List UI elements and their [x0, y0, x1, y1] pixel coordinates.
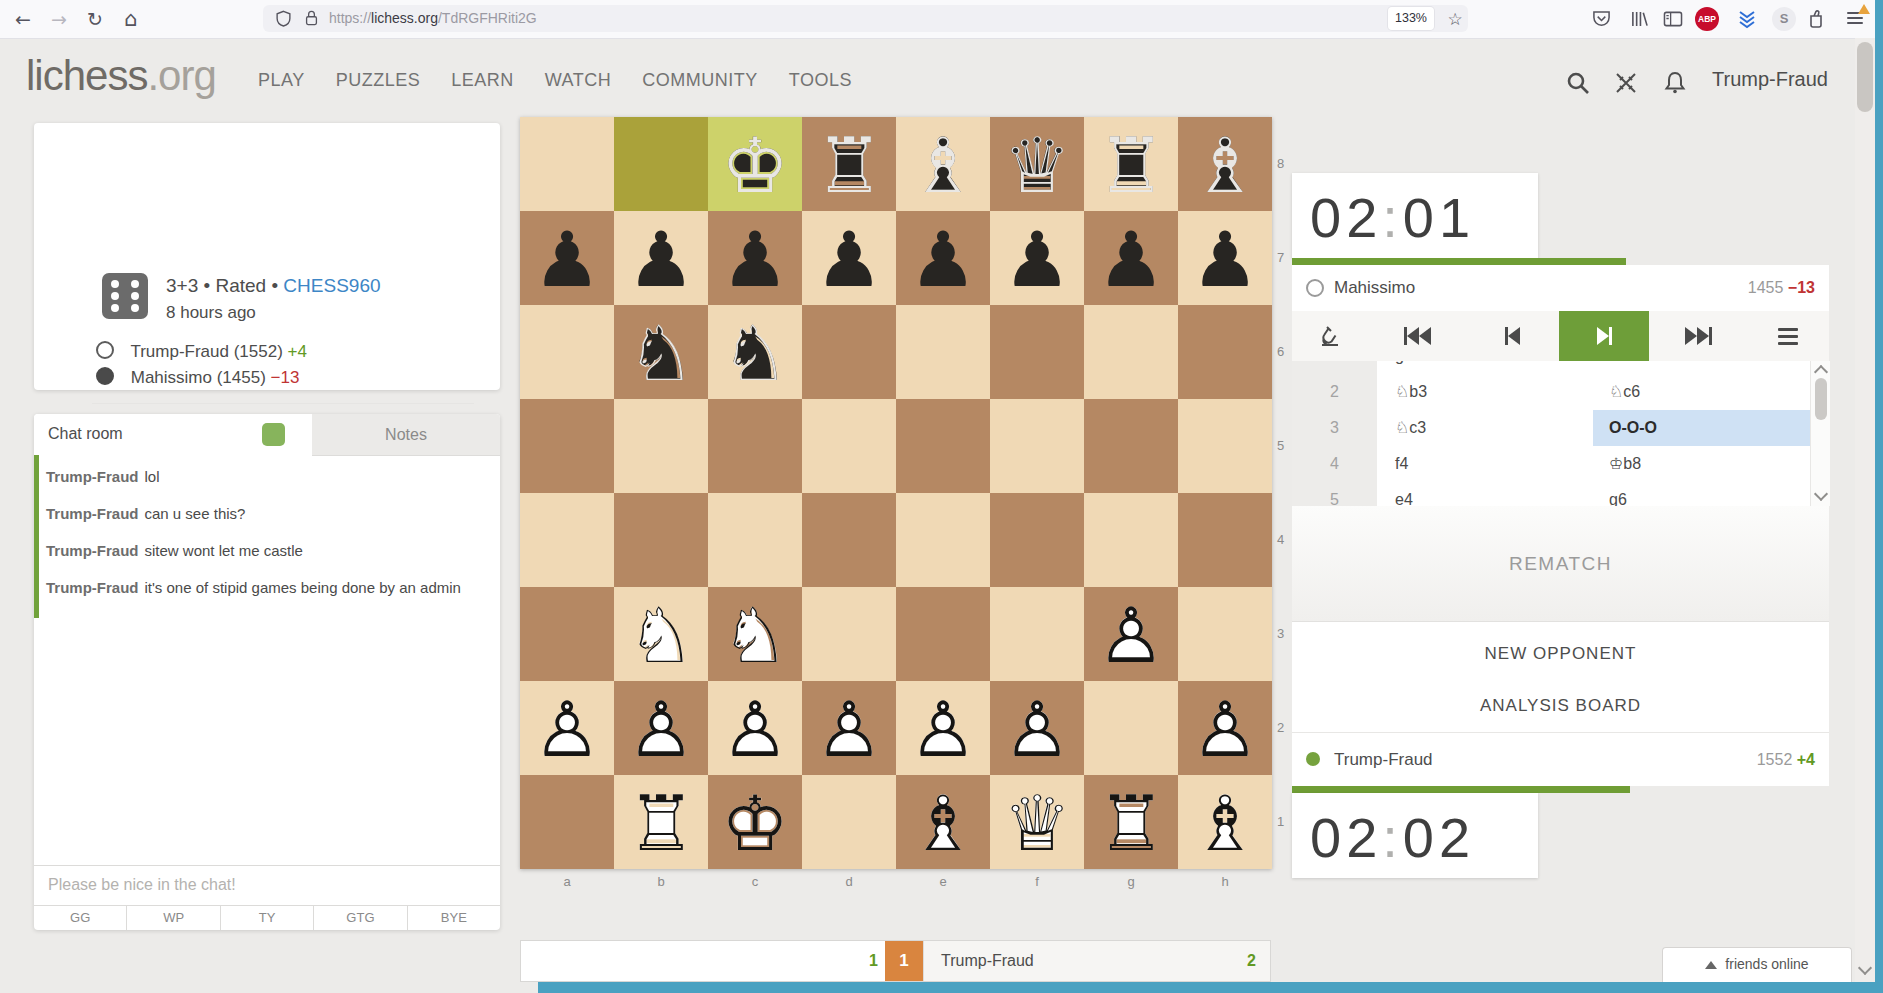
file-label-c: c [708, 874, 802, 889]
chat-username[interactable]: Trump-Fraud [46, 542, 139, 559]
move-black[interactable]: ♔b8 [1593, 446, 1810, 482]
chat-tabs: Chat room Notes [34, 414, 500, 455]
chat-message: Trump-Fraudlol [46, 467, 476, 487]
square-h8[interactable]: ♝ [1178, 117, 1272, 211]
black-pawn: ♟ [520, 211, 614, 305]
black-player-rating: 1455 −13 [1748, 265, 1815, 311]
nav-watch[interactable]: WATCH [545, 70, 611, 90]
square-f3[interactable] [990, 587, 1084, 681]
chat-message-text: lol [145, 468, 160, 485]
black-knight: ♞ [708, 305, 802, 399]
square-g7[interactable]: ♟ [1084, 211, 1178, 305]
square-b7[interactable]: ♟ [614, 211, 708, 305]
chat-preset-ty[interactable]: TY [221, 906, 314, 930]
move-white[interactable]: ♘c3 [1377, 410, 1593, 446]
square-h6[interactable] [1178, 305, 1272, 399]
black-side-icon [1306, 279, 1324, 297]
game-1-link[interactable]: 1 [869, 941, 878, 981]
search-icon[interactable] [1565, 70, 1591, 96]
black-pawn: ♟ [1084, 211, 1178, 305]
square-f5[interactable] [990, 399, 1084, 493]
clock-colon: : [1382, 806, 1403, 869]
move-white[interactable]: g3 [1377, 361, 1593, 374]
tab-notes[interactable]: Notes [312, 414, 500, 456]
square-c7[interactable]: ♟ [708, 211, 802, 305]
chat-message-text: it's one of stipid games being done by a… [145, 579, 461, 596]
square-b8[interactable] [614, 117, 708, 211]
move-black[interactable]: ♘c6 [1593, 374, 1810, 410]
white-pawn: ♟ [708, 681, 802, 775]
square-d7[interactable]: ♟ [802, 211, 896, 305]
analysis-board-button[interactable]: ANALYSIS BOARD [1292, 696, 1829, 716]
square-c4[interactable] [708, 493, 802, 587]
menu-hamburger-icon[interactable] [1838, 0, 1872, 38]
white-pawn: ♟ [614, 681, 708, 775]
move-row: 1g3♘b6 [1292, 361, 1810, 374]
square-a8[interactable] [520, 117, 614, 211]
move-number: 2 [1292, 374, 1377, 410]
square-g8[interactable]: ♜ [1084, 117, 1178, 211]
black-bishop: ♝ [896, 117, 990, 211]
square-h4[interactable] [1178, 493, 1272, 587]
moves-menu-icon[interactable] [1747, 311, 1829, 361]
square-b6[interactable]: ♞ [614, 305, 708, 399]
black-pawn: ♟ [708, 211, 802, 305]
square-g3[interactable]: ♟ [1084, 587, 1178, 681]
square-d4[interactable] [802, 493, 896, 587]
score-player-name: Trump-Fraud [941, 941, 1034, 981]
white-rating-diff: +4 [288, 342, 307, 361]
notifications-bell-icon[interactable] [1662, 70, 1688, 96]
move-row: 3♘c3O-O-O [1292, 410, 1810, 446]
file-labels: abcdefgh [520, 874, 1272, 892]
current-game-badge[interactable]: 1 [885, 941, 923, 981]
file-label-h: h [1178, 874, 1272, 889]
move-white[interactable]: e4 [1377, 482, 1593, 506]
white-rook: ♜ [1084, 775, 1178, 869]
square-e4[interactable] [896, 493, 990, 587]
expand-up-icon [1705, 961, 1717, 969]
square-h5[interactable] [1178, 399, 1272, 493]
lock-icon[interactable] [303, 9, 320, 27]
chat-card: Chat room Notes Trump-FraudlolTrump-Frau… [34, 414, 500, 930]
rank-labels: 87654321 [1277, 117, 1293, 869]
black-rating-diff: −13 [271, 368, 300, 387]
shield-icon[interactable] [275, 10, 292, 27]
white-bishop: ♝ [896, 775, 990, 869]
black-queen: ♛ [990, 117, 1084, 211]
square-f2[interactable]: ♟ [990, 681, 1084, 775]
black-player-line[interactable]: Mahissimo (1455) −13 [96, 367, 299, 388]
square-d5[interactable] [802, 399, 896, 493]
file-label-a: a [520, 874, 614, 889]
square-g2[interactable] [1084, 681, 1178, 775]
chat-presence-strip [34, 455, 39, 618]
chat-preset-gtg[interactable]: GTG [314, 906, 407, 930]
chat-username[interactable]: Trump-Fraud [46, 579, 139, 596]
black-color-icon [96, 367, 114, 385]
square-g4[interactable] [1084, 493, 1178, 587]
chat-username[interactable]: Trump-Fraud [46, 468, 139, 485]
square-g1[interactable]: ♜ [1084, 775, 1178, 869]
white-clock-bar [1292, 786, 1630, 793]
next-move-button[interactable] [1559, 311, 1649, 361]
game-setup-line: 3+3 • Rated • CHESS960 [166, 275, 381, 297]
chat-message: Trump-Fraudit's one of stipid games bein… [46, 578, 476, 598]
move-black-current[interactable]: O-O-O [1593, 410, 1810, 446]
first-move-button[interactable] [1368, 311, 1466, 361]
move-number: 4 [1292, 446, 1377, 482]
clock-minutes: 02 [1310, 186, 1382, 249]
square-h1[interactable]: ♝ [1178, 775, 1272, 869]
white-player-row: Trump-Fraud 1552 +4 [1292, 733, 1829, 786]
rematch-button[interactable]: REMATCH [1292, 506, 1829, 622]
chess960-dice-icon [102, 273, 148, 319]
match-score-bar: 1 1 Trump-Fraud 2 [520, 940, 1271, 982]
white-player-name[interactable]: Trump-Fraud [1334, 733, 1433, 786]
black-king: ♚ [708, 117, 802, 211]
chat-toggle[interactable] [262, 423, 285, 446]
window-frame-right [1875, 0, 1883, 993]
move-number: 1 [1292, 361, 1377, 374]
square-d6[interactable] [802, 305, 896, 399]
chevrons-extension-icon[interactable] [1736, 9, 1758, 29]
black-player-row: Mahissimo 1455 −13 [1292, 265, 1829, 311]
chat-message-text: can u see this? [145, 505, 246, 522]
white-knight: ♞ [708, 587, 802, 681]
rank-label-1: 1 [1277, 775, 1293, 869]
square-c5[interactable] [708, 399, 802, 493]
game-info-card: 3+3 • Rated • CHESS960 8 hours ago Trump… [34, 123, 500, 390]
white-rook: ♜ [614, 775, 708, 869]
last-move-button[interactable] [1649, 311, 1747, 361]
new-opponent-button[interactable]: NEW OPPONENT [1292, 644, 1829, 664]
square-a5[interactable] [520, 399, 614, 493]
white-clock: 02:02 [1292, 793, 1538, 878]
black-pawn: ♟ [614, 211, 708, 305]
square-b2[interactable]: ♟ [614, 681, 708, 775]
square-b5[interactable] [614, 399, 708, 493]
square-e3[interactable] [896, 587, 990, 681]
move-scrollbar-thumb[interactable] [1815, 378, 1827, 420]
square-h3[interactable] [1178, 587, 1272, 681]
square-a3[interactable] [520, 587, 614, 681]
square-a7[interactable]: ♟ [520, 211, 614, 305]
chat-preset-gg[interactable]: GG [34, 906, 127, 930]
square-g5[interactable] [1084, 399, 1178, 493]
clock-seconds: 01 [1403, 186, 1475, 249]
game-date[interactable]: 8 hours ago [166, 303, 256, 323]
square-a6[interactable] [520, 305, 614, 399]
square-c8[interactable]: ♚ [708, 117, 802, 211]
divider [92, 403, 474, 404]
tab-chat-room[interactable]: Chat room [34, 414, 312, 455]
chat-username[interactable]: Trump-Fraud [46, 505, 139, 522]
move-row: 5e4g6 [1292, 482, 1810, 506]
nav-community[interactable]: COMMUNITY [642, 70, 758, 90]
home-icon[interactable]: ⌂ [114, 0, 148, 38]
clock-colon: : [1382, 186, 1403, 249]
rank-label-8: 8 [1277, 117, 1293, 211]
white-player-rating: 1552 +4 [1757, 733, 1815, 786]
square-e8[interactable]: ♝ [896, 117, 990, 211]
variant-link[interactable]: CHESS960 [283, 275, 380, 296]
library-icon[interactable] [1630, 10, 1649, 28]
url-text[interactable]: https://lichess.org/TdRGFHRiti2G [329, 5, 537, 32]
square-a2[interactable]: ♟ [520, 681, 614, 775]
site-logo[interactable]: lichess.org [26, 52, 216, 100]
page-scrollbar[interactable] [1855, 38, 1875, 982]
square-e7[interactable]: ♟ [896, 211, 990, 305]
chat-preset-bye[interactable]: BYE [408, 906, 500, 930]
move-row: 4f4♔b8 [1292, 446, 1810, 482]
chat-preset-buttons: GGWPTYGTGBYE [34, 905, 500, 930]
browser-toolbar: ← → ↻ ⌂ https://lichess.org/TdRGFHRiti2G… [0, 0, 1883, 39]
square-f7[interactable]: ♟ [990, 211, 1084, 305]
menu-warning-badge [1858, 4, 1870, 14]
bookmark-star-icon[interactable]: ☆ [1438, 0, 1472, 38]
page-scrollbar-thumb[interactable] [1857, 42, 1873, 112]
move-scroll-up-icon[interactable] [1814, 365, 1828, 379]
square-f4[interactable] [990, 493, 1084, 587]
analysis-microscope-icon[interactable] [1292, 311, 1368, 361]
file-label-f: f [990, 874, 1084, 889]
nav-play[interactable]: PLAY [258, 70, 305, 90]
clock-minutes: 02 [1310, 806, 1382, 869]
adblock-extension-icon[interactable]: ABP [1695, 7, 1719, 31]
share-extension-icon[interactable] [1806, 9, 1826, 29]
chat-input[interactable] [46, 866, 490, 904]
chess-board: ♚♜♝♛♜♝♟♟♟♟♟♟♟♟♞♞♞♞♟♟♟♟♟♟♟♟♜♚♝♛♜♝ [520, 117, 1272, 869]
black-clock: 02:01 [1292, 173, 1538, 258]
black-pawn: ♟ [896, 211, 990, 305]
black-clock-bar [1292, 258, 1626, 265]
back-icon[interactable]: ← [6, 0, 40, 38]
move-number: 3 [1292, 410, 1377, 446]
black-rook: ♜ [1084, 117, 1178, 211]
square-e6[interactable] [896, 305, 990, 399]
move-row: 2♘b3♘c6 [1292, 374, 1810, 410]
move-black[interactable]: g6 [1593, 482, 1810, 506]
white-player-line[interactable]: Trump-Fraud (1552) +4 [96, 341, 307, 362]
chat-message-text: sitew wont let me castle [145, 542, 303, 559]
rank-label-7: 7 [1277, 211, 1293, 305]
black-pawn: ♟ [990, 211, 1084, 305]
file-label-b: b [614, 874, 708, 889]
black-rook: ♜ [802, 117, 896, 211]
challenges-swords-icon[interactable] [1613, 70, 1639, 96]
score-right[interactable]: 2 [1247, 941, 1256, 981]
rank-label-4: 4 [1277, 493, 1293, 587]
square-c2[interactable]: ♟ [708, 681, 802, 775]
white-online-icon [1306, 752, 1320, 766]
refresh-icon[interactable]: ↻ [78, 0, 112, 38]
replay-controls [1292, 311, 1829, 361]
black-pawn: ♟ [1178, 211, 1272, 305]
white-king: ♚ [708, 775, 802, 869]
chat-preset-wp[interactable]: WP [127, 906, 220, 930]
move-scroll-down-icon[interactable] [1814, 487, 1828, 501]
file-label-g: g [1084, 874, 1178, 889]
square-f8[interactable]: ♛ [990, 117, 1084, 211]
square-f6[interactable] [990, 305, 1084, 399]
square-a1[interactable] [520, 775, 614, 869]
scroll-down-arrow-icon[interactable] [1858, 961, 1872, 975]
friends-online-toggle[interactable]: friends online [1662, 947, 1852, 982]
chat-message: Trump-Fraudsitew wont let me castle [46, 541, 476, 561]
file-label-e: e [896, 874, 990, 889]
white-knight: ♞ [614, 587, 708, 681]
square-h2[interactable]: ♟ [1178, 681, 1272, 775]
previous-move-button[interactable] [1466, 311, 1559, 361]
move-list-scrollbar[interactable] [1810, 361, 1830, 506]
square-f1[interactable]: ♛ [990, 775, 1084, 869]
post-game-actions: NEW OPPONENT ANALYSIS BOARD [1292, 622, 1829, 733]
nav-puzzles[interactable]: PUZZLES [336, 70, 421, 90]
black-bishop: ♝ [1178, 117, 1272, 211]
white-pawn: ♟ [990, 681, 1084, 775]
nav-tools[interactable]: TOOLS [789, 70, 852, 90]
sidebar-toggle-icon[interactable] [1663, 10, 1683, 28]
square-g6[interactable] [1084, 305, 1178, 399]
black-pawn: ♟ [802, 211, 896, 305]
move-white[interactable]: f4 [1377, 446, 1593, 482]
black-player-name[interactable]: Mahissimo [1334, 265, 1415, 311]
white-pawn: ♟ [896, 681, 990, 775]
file-label-d: d [802, 874, 896, 889]
square-d2[interactable]: ♟ [802, 681, 896, 775]
clock-seconds: 02 [1403, 806, 1475, 869]
square-e2[interactable]: ♟ [896, 681, 990, 775]
square-e5[interactable] [896, 399, 990, 493]
rank-label-2: 2 [1277, 681, 1293, 775]
zoom-level-badge[interactable]: 133% [1388, 7, 1434, 30]
rank-label-6: 6 [1277, 305, 1293, 399]
chat-input-row [34, 865, 500, 905]
move-number: 5 [1292, 482, 1377, 506]
white-bishop: ♝ [1178, 775, 1272, 869]
chat-messages: Trump-FraudlolTrump-Fraudcan u see this?… [46, 467, 476, 615]
white-queen: ♛ [990, 775, 1084, 869]
rank-label-5: 5 [1277, 399, 1293, 493]
user-menu[interactable]: Trump-Fraud [1712, 68, 1828, 91]
pocket-icon[interactable] [1592, 10, 1611, 28]
square-b3[interactable]: ♞ [614, 587, 708, 681]
window-frame-bottom [538, 982, 1875, 993]
black-knight: ♞ [614, 305, 708, 399]
square-b4[interactable] [614, 493, 708, 587]
square-c6[interactable]: ♞ [708, 305, 802, 399]
square-d1[interactable] [802, 775, 896, 869]
square-d3[interactable] [802, 587, 896, 681]
white-pawn: ♟ [802, 681, 896, 775]
square-e1[interactable]: ♝ [896, 775, 990, 869]
white-pawn: ♟ [520, 681, 614, 775]
move-black[interactable]: ♘b6 [1593, 361, 1810, 374]
square-c1[interactable]: ♚ [708, 775, 802, 869]
square-d8[interactable]: ♜ [802, 117, 896, 211]
white-pawn: ♟ [1178, 681, 1272, 775]
white-pawn: ♟ [1084, 587, 1178, 681]
forward-icon[interactable]: → [42, 0, 76, 38]
rank-label-3: 3 [1277, 587, 1293, 681]
s-extension-icon[interactable]: S [1772, 7, 1796, 31]
square-c3[interactable]: ♞ [708, 587, 802, 681]
square-h7[interactable]: ♟ [1178, 211, 1272, 305]
move-list: 1g3♘b62♘b3♘c63♘c3O-O-O4f4♔b85e4g6 [1292, 361, 1810, 506]
white-color-icon [96, 341, 114, 359]
move-white[interactable]: ♘b3 [1377, 374, 1593, 410]
chat-message: Trump-Fraudcan u see this? [46, 504, 476, 524]
url-bar[interactable]: https://lichess.org/TdRGFHRiti2G [263, 5, 1468, 32]
square-b1[interactable]: ♜ [614, 775, 708, 869]
main-nav: PLAYPUZZLESLEARNWATCHCOMMUNITYTOOLS [258, 70, 883, 91]
square-a4[interactable] [520, 493, 614, 587]
nav-learn[interactable]: LEARN [451, 70, 514, 90]
